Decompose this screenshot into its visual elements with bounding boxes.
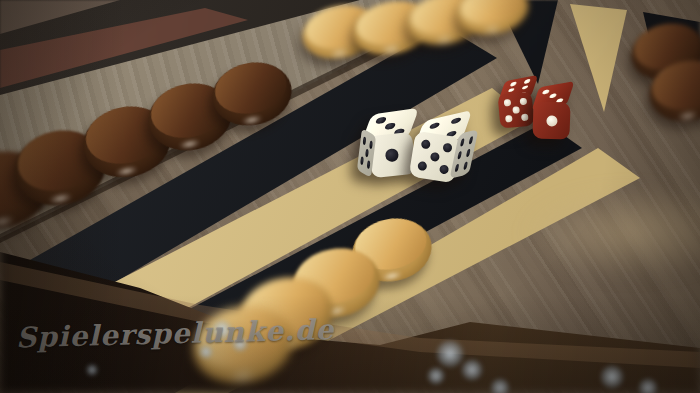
backgammon-photo-scene: ●●●●●●●●●●●●●●● Spielerspelunke.de <box>0 0 700 393</box>
metal-clasp-bokeh <box>600 365 624 389</box>
metal-clasp-bokeh <box>461 359 483 381</box>
watermark: Spielerspelunke.de <box>16 315 277 355</box>
metal-clasp-bokeh <box>436 340 464 368</box>
metal-clasp-bokeh <box>490 378 510 393</box>
metal-clasp-bokeh <box>427 367 445 385</box>
metal-clasp-bokeh <box>638 378 658 393</box>
metal-clasp-bokeh <box>86 364 98 376</box>
